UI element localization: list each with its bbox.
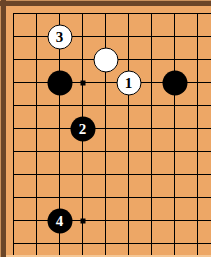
stone-number: 3 — [56, 29, 64, 44]
star-point-d10 — [80, 218, 85, 223]
stone-number: 2 — [79, 121, 87, 136]
stone-black-d14-move-2: 2 — [70, 116, 95, 141]
stone-white-c18-move-3: 3 — [47, 24, 72, 49]
stone-number: 1 — [125, 75, 133, 90]
stone-white-f16-move-1: 1 — [116, 70, 141, 95]
stone-black-c16 — [47, 70, 72, 95]
stone-black-c10-move-4: 4 — [47, 208, 72, 233]
board-edge-left — [1, 0, 6, 257]
stone-white-e17 — [93, 47, 118, 72]
board-edge-top — [0, 1, 211, 6]
go-board-diagram: 3124 — [0, 0, 211, 257]
stone-number: 4 — [56, 213, 64, 228]
stone-black-h16 — [162, 70, 187, 95]
star-point-d16 — [80, 80, 85, 85]
